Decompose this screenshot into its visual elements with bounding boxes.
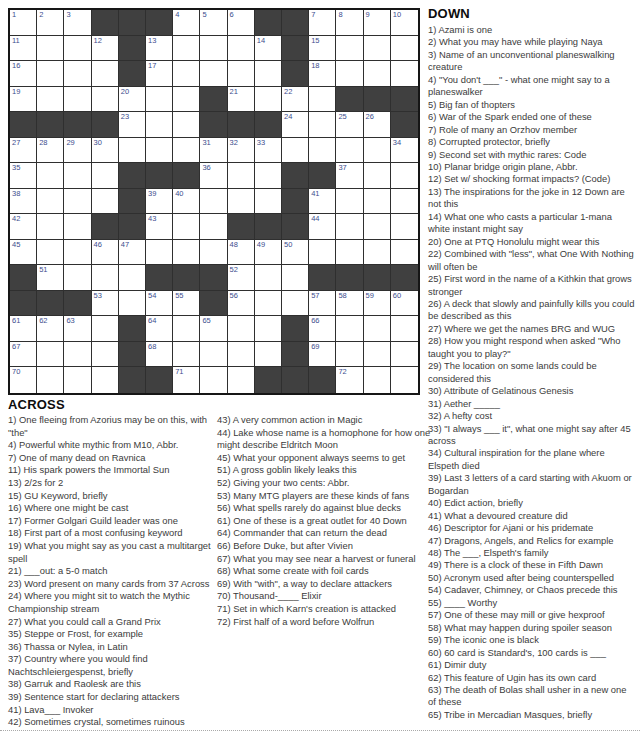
black-cell-r12c8: [200, 291, 227, 317]
cell-r2c15[interactable]: [391, 36, 418, 62]
cell-r15c7[interactable]: 71: [173, 367, 200, 393]
cell-r14c14[interactable]: [364, 342, 391, 368]
black-cell-r5c9: [228, 112, 255, 138]
down-clue-47: 47) Dragons, Angels, and Relics for exam…: [428, 535, 636, 547]
across-clue-56: 56) What spells rarely do against blue d…: [217, 502, 431, 515]
cell-r8c2[interactable]: [37, 189, 64, 215]
cell-r12c14[interactable]: 59: [364, 291, 391, 317]
cell-r4c6[interactable]: [146, 87, 173, 113]
across-clue-69: 69) With "with", a way to declare attack…: [217, 578, 431, 591]
across-clue-66: 66) Before Duke, but after Vivien: [217, 540, 431, 553]
cell-r15c8[interactable]: [200, 367, 227, 393]
cell-r10c15[interactable]: [391, 240, 418, 266]
cell-number: 45: [12, 240, 20, 249]
cell-number: 28: [39, 138, 47, 147]
cell-r7c8[interactable]: 36: [200, 163, 227, 189]
down-clue-9: 9) Second set with mythic rares: Code: [428, 149, 636, 161]
cell-r1c2[interactable]: 2: [37, 10, 64, 36]
cell-r2c12[interactable]: 15: [309, 36, 336, 62]
cell-r13c15[interactable]: [391, 316, 418, 342]
cell-number: 39: [148, 189, 156, 198]
black-cell-r11c1: [10, 265, 37, 291]
cell-number: 23: [121, 112, 129, 121]
cell-r10c1[interactable]: 45: [10, 240, 37, 266]
cell-r1c14[interactable]: 9: [364, 10, 391, 36]
across-clue-53: 53) Many MTG players are these kinds of …: [217, 490, 431, 503]
cell-r7c9[interactable]: [228, 163, 255, 189]
cell-r1c1[interactable]: 1: [10, 10, 37, 36]
cell-r4c1[interactable]: 19: [10, 87, 37, 113]
cell-r7c1[interactable]: 35: [10, 163, 37, 189]
cell-number: 43: [148, 214, 156, 223]
across-clue-68: 68) What some create with foil cards: [217, 565, 431, 578]
cell-r6c3[interactable]: 29: [64, 138, 91, 164]
cell-r3c1[interactable]: 16: [10, 61, 37, 87]
cell-r1c8[interactable]: 5: [200, 10, 227, 36]
cell-r3c7[interactable]: [173, 61, 200, 87]
cell-r14c13[interactable]: [336, 342, 363, 368]
cell-r12c13[interactable]: 58: [336, 291, 363, 317]
black-cell-r9c10: [255, 214, 282, 240]
cell-number: 35: [12, 163, 20, 172]
cell-r14c1[interactable]: 67: [10, 342, 37, 368]
cell-r12c4[interactable]: 53: [92, 291, 119, 317]
cell-r14c9[interactable]: [228, 342, 255, 368]
down-clue-59: 59) The iconic one is black: [428, 634, 636, 646]
across-clue-51: 51) A gross goblin likely leaks this: [217, 464, 431, 477]
cell-r10c7[interactable]: [173, 240, 200, 266]
black-cell-r9c11: [282, 214, 309, 240]
cell-r9c8[interactable]: [200, 214, 227, 240]
cell-r2c10[interactable]: 14: [255, 36, 282, 62]
cell-r5c5[interactable]: 23: [119, 112, 146, 138]
down-clue-49: 49) There is a clock of these in Fifth D…: [428, 559, 636, 571]
cell-r2c3[interactable]: [64, 36, 91, 62]
cell-number: 2: [39, 10, 43, 19]
black-cell-r4c13: [336, 87, 363, 113]
black-cell-r1c4: [92, 10, 119, 36]
cell-r10c9[interactable]: 48: [228, 240, 255, 266]
cell-number: 3: [66, 10, 70, 19]
cell-r10c6[interactable]: [146, 240, 173, 266]
across-clue-37: 37) Country where you would find Nachtsc…: [8, 653, 216, 678]
cell-r12c12[interactable]: 57: [309, 291, 336, 317]
across-clue-11: 11) His spark powers the Immortal Sun: [8, 464, 216, 477]
cell-r14c12[interactable]: 69: [309, 342, 336, 368]
cell-number: 44: [311, 214, 319, 223]
cell-number: 52: [230, 265, 238, 274]
cell-r1c9[interactable]: 6: [228, 10, 255, 36]
cell-number: 22: [284, 87, 292, 96]
across-clue-43: 43) A very common action in Magic: [217, 414, 431, 427]
black-cell-r4c14: [364, 87, 391, 113]
cell-r14c6[interactable]: 68: [146, 342, 173, 368]
cell-number: 16: [12, 61, 20, 70]
cell-r7c4[interactable]: [92, 163, 119, 189]
black-cell-r13c11: [282, 316, 309, 342]
cell-number: 62: [39, 316, 47, 325]
cell-r9c7[interactable]: [173, 214, 200, 240]
cell-r13c13[interactable]: [336, 316, 363, 342]
cell-r13c7[interactable]: [173, 316, 200, 342]
cell-r11c5[interactable]: [119, 265, 146, 291]
cell-r8c1[interactable]: 38: [10, 189, 37, 215]
cell-r13c2[interactable]: 62: [37, 316, 64, 342]
cell-r6c6[interactable]: [146, 138, 173, 164]
cell-r4c7[interactable]: [173, 87, 200, 113]
cell-r11c3[interactable]: [64, 265, 91, 291]
cell-r6c13[interactable]: [336, 138, 363, 164]
cell-r3c10[interactable]: [255, 61, 282, 87]
black-cell-r15c11: [282, 367, 309, 393]
cell-r8c4[interactable]: [92, 189, 119, 215]
down-clue-2: 2) What you may have while playing Naya: [428, 36, 636, 48]
black-cell-r5c8: [200, 112, 227, 138]
cell-r12c11[interactable]: [282, 291, 309, 317]
across-clue-38: 38) Garruk and Raolesk are this: [8, 678, 216, 691]
cell-r3c2[interactable]: [37, 61, 64, 87]
cell-r6c2[interactable]: 28: [37, 138, 64, 164]
cell-r15c14[interactable]: [364, 367, 391, 393]
down-clue-22: 22) Combined with "less", what One With …: [428, 248, 636, 273]
cell-r6c15[interactable]: 34: [391, 138, 418, 164]
cell-r1c3[interactable]: 3: [64, 10, 91, 36]
cell-r4c2[interactable]: [37, 87, 64, 113]
cell-number: 21: [230, 87, 238, 96]
cell-r2c8[interactable]: [200, 36, 227, 62]
cell-r10c14[interactable]: [364, 240, 391, 266]
cell-r2c6[interactable]: 13: [146, 36, 173, 62]
cell-r1c15[interactable]: 10: [391, 10, 418, 36]
across-clue-27: 27) What you could call a Grand Prix: [8, 616, 216, 629]
cell-r1c13[interactable]: 8: [336, 10, 363, 36]
down-clue-27: 27) Where we get the names BRG and WUG: [428, 323, 636, 335]
cell-r4c12[interactable]: [309, 87, 336, 113]
cell-r2c9[interactable]: [228, 36, 255, 62]
cell-r4c11[interactable]: 22: [282, 87, 309, 113]
cell-r1c7[interactable]: 4: [173, 10, 200, 36]
black-cell-r15c5: [119, 367, 146, 393]
black-cell-r5c4: [92, 112, 119, 138]
cell-r3c14[interactable]: [364, 61, 391, 87]
cell-number: 19: [12, 87, 20, 96]
down-clue-25: 25) First word in the name of a Kithkin …: [428, 273, 636, 298]
cell-r6c10[interactable]: 33: [255, 138, 282, 164]
cell-r2c2[interactable]: [37, 36, 64, 62]
across-clue-1: 1) One fleeing from Azorius may be on th…: [8, 414, 216, 439]
cell-r8c12[interactable]: 41: [309, 189, 336, 215]
cell-number: 34: [393, 138, 401, 147]
cell-r8c14[interactable]: [364, 189, 391, 215]
black-cell-r7c11: [282, 163, 309, 189]
cell-r6c12[interactable]: [309, 138, 336, 164]
across-clue-36: 36) Thassa or Nylea, in Latin: [8, 641, 216, 654]
cell-r14c2[interactable]: [37, 342, 64, 368]
down-clue-20: 20) One at PTQ Honolulu might wear this: [428, 236, 636, 248]
cell-r15c9[interactable]: [228, 367, 255, 393]
cell-r11c2[interactable]: 51: [37, 265, 64, 291]
cell-r6c5[interactable]: [119, 138, 146, 164]
cell-r4c10[interactable]: [255, 87, 282, 113]
cell-number: 1: [12, 10, 16, 19]
across-clue-24: 24) Where you might sit to watch the Myt…: [8, 590, 216, 615]
cell-r12c6[interactable]: 54: [146, 291, 173, 317]
down-clue-1: 1) Azami is one: [428, 24, 636, 36]
black-cell-r9c9: [228, 214, 255, 240]
black-cell-r11c6: [146, 265, 173, 291]
black-cell-r14c5: [119, 342, 146, 368]
cell-number: 50: [284, 240, 292, 249]
cell-r3c6[interactable]: 17: [146, 61, 173, 87]
cell-number: 64: [148, 316, 156, 325]
cell-r2c7[interactable]: [173, 36, 200, 62]
black-cell-r7c5: [119, 163, 146, 189]
cell-number: 32: [230, 138, 238, 147]
cell-number: 42: [12, 214, 20, 223]
across-clue-71: 71) Set in which Karn's creation is atta…: [217, 603, 431, 616]
cell-r8c10[interactable]: [255, 189, 282, 215]
cell-r14c3[interactable]: [64, 342, 91, 368]
cell-r15c1[interactable]: 70: [10, 367, 37, 393]
black-cell-r1c10: [255, 10, 282, 36]
cell-r5c11[interactable]: 24: [282, 112, 309, 138]
cell-r4c5[interactable]: 20: [119, 87, 146, 113]
cell-r8c9[interactable]: [228, 189, 255, 215]
cell-r15c15[interactable]: [391, 367, 418, 393]
cell-r5c12[interactable]: [309, 112, 336, 138]
cell-r7c15[interactable]: [391, 163, 418, 189]
cell-r14c8[interactable]: [200, 342, 227, 368]
across-clue-44: 44) Lake whose name is a homophone for h…: [217, 427, 431, 452]
across-clue-35: 35) Steppe or Frost, for example: [8, 628, 216, 641]
cell-r8c13[interactable]: [336, 189, 363, 215]
cell-number: 67: [12, 342, 20, 351]
cell-number: 66: [311, 316, 319, 325]
cell-r6c4[interactable]: 30: [92, 138, 119, 164]
cell-r9c15[interactable]: [391, 214, 418, 240]
cell-r9c2[interactable]: [37, 214, 64, 240]
cell-r13c4[interactable]: [92, 316, 119, 342]
cell-r15c2[interactable]: [37, 367, 64, 393]
across-clue-52: 52) Giving your two cents: Abbr.: [217, 477, 431, 490]
cell-r5c7[interactable]: [173, 112, 200, 138]
down-clue-50: 50) Acronym used after being counterspel…: [428, 572, 636, 584]
black-cell-r11c8: [200, 265, 227, 291]
black-cell-r2c11: [282, 36, 309, 62]
cell-r3c15[interactable]: [391, 61, 418, 87]
cell-number: 11: [12, 36, 20, 45]
cell-number: 27: [12, 138, 20, 147]
cell-r6c11[interactable]: [282, 138, 309, 164]
across-clue-16: 16) Where one might be cast: [8, 502, 216, 515]
cell-r9c14[interactable]: [364, 214, 391, 240]
cell-r14c4[interactable]: [92, 342, 119, 368]
across-clue-72: 72) First half of a word before Wolfrun: [217, 616, 431, 629]
cell-r11c10[interactable]: [255, 265, 282, 291]
across-clue-17: 17) Former Golgari Guild leader was one: [8, 515, 216, 528]
cell-r15c13[interactable]: 72: [336, 367, 363, 393]
down-clue-6: 6) War of the Spark ended one of these: [428, 111, 636, 123]
cell-r10c2[interactable]: [37, 240, 64, 266]
cell-number: 25: [338, 112, 346, 121]
cell-r13c14[interactable]: [364, 316, 391, 342]
cell-r3c4[interactable]: [92, 61, 119, 87]
black-cell-r5c3: [64, 112, 91, 138]
cell-r9c13[interactable]: [336, 214, 363, 240]
cell-number: 18: [311, 61, 319, 70]
down-clue-10: 10) Planar bridge origin plane, Abbr.: [428, 161, 636, 173]
cell-r15c4[interactable]: [92, 367, 119, 393]
down-clue-3: 3) Name of an unconventional planeswalki…: [428, 49, 636, 74]
across-header: ACROSS: [8, 397, 65, 412]
black-cell-r4c15: [391, 87, 418, 113]
cell-r10c13[interactable]: [336, 240, 363, 266]
cell-r6c14[interactable]: [364, 138, 391, 164]
cell-r8c3[interactable]: [64, 189, 91, 215]
cell-r12c15[interactable]: 60: [391, 291, 418, 317]
cell-r10c3[interactable]: [64, 240, 91, 266]
across-clue-15: 15) GU Keyword, briefly: [8, 490, 216, 503]
cell-r10c4[interactable]: 46: [92, 240, 119, 266]
cell-r6c7[interactable]: [173, 138, 200, 164]
across-clue-4: 4) Powerful white mythic from M10, Abbr.: [8, 439, 216, 452]
cell-r9c6[interactable]: 43: [146, 214, 173, 240]
cell-r13c1[interactable]: 61: [10, 316, 37, 342]
cell-r5c6[interactable]: [146, 112, 173, 138]
cell-r13c10[interactable]: [255, 316, 282, 342]
cell-r4c3[interactable]: [64, 87, 91, 113]
cell-r4c9[interactable]: 21: [228, 87, 255, 113]
cell-r8c15[interactable]: [391, 189, 418, 215]
black-cell-r7c7: [173, 163, 200, 189]
cell-r7c3[interactable]: [64, 163, 91, 189]
cell-r8c7[interactable]: 40: [173, 189, 200, 215]
cell-r10c11[interactable]: 50: [282, 240, 309, 266]
cell-number: 5: [202, 10, 206, 19]
cell-r13c6[interactable]: 64: [146, 316, 173, 342]
cell-r5c14[interactable]: 26: [364, 112, 391, 138]
cell-r2c14[interactable]: [364, 36, 391, 62]
cell-r13c9[interactable]: [228, 316, 255, 342]
down-clue-57: 57) One of these may mill or give hexpro…: [428, 609, 636, 621]
cell-number: 10: [393, 10, 401, 19]
down-clue-58: 58) What may happen during spoiler seaso…: [428, 622, 636, 634]
down-clue-list: 1) Azami is one2) What you may have whil…: [428, 24, 636, 721]
cell-number: 47: [121, 240, 129, 249]
cell-r14c7[interactable]: [173, 342, 200, 368]
cell-r9c12[interactable]: 44: [309, 214, 336, 240]
down-clue-34: 34) Cultural inspiration for the plane w…: [428, 447, 636, 472]
cell-r14c10[interactable]: [255, 342, 282, 368]
down-clue-40: 40) Edict action, briefly: [428, 497, 636, 509]
cell-r12c9[interactable]: 56: [228, 291, 255, 317]
cell-r3c3[interactable]: [64, 61, 91, 87]
cell-r13c3[interactable]: 63: [64, 316, 91, 342]
cell-r10c8[interactable]: [200, 240, 227, 266]
cell-r8c8[interactable]: [200, 189, 227, 215]
across-clue-23: 23) Word present on many cards from 37 A…: [8, 578, 216, 591]
down-clue-48: 48) The ___, Elspeth's family: [428, 547, 636, 559]
cell-r10c12[interactable]: [309, 240, 336, 266]
cell-r3c12[interactable]: 18: [309, 61, 336, 87]
cell-number: 6: [230, 10, 234, 19]
down-clue-61: 61) Dimir duty: [428, 659, 636, 671]
cell-r2c4[interactable]: 12: [92, 36, 119, 62]
cell-r12c10[interactable]: [255, 291, 282, 317]
cell-r3c8[interactable]: [200, 61, 227, 87]
cell-r1c12[interactable]: 7: [309, 10, 336, 36]
across-clue-18: 18) First part of a most confusing keywo…: [8, 527, 216, 540]
cell-r12c7[interactable]: 55: [173, 291, 200, 317]
cell-r13c12[interactable]: 66: [309, 316, 336, 342]
cell-r13c8[interactable]: 65: [200, 316, 227, 342]
cell-number: 41: [311, 189, 319, 198]
cell-r11c9[interactable]: 52: [228, 265, 255, 291]
cell-r7c13[interactable]: 37: [336, 163, 363, 189]
cell-number: 30: [94, 138, 102, 147]
cell-r3c9[interactable]: [228, 61, 255, 87]
down-clue-62: 62) This feature of Ugin has its own car…: [428, 672, 636, 684]
black-cell-r1c5: [119, 10, 146, 36]
cell-r8c6[interactable]: 39: [146, 189, 173, 215]
cell-r9c3[interactable]: [64, 214, 91, 240]
across-clue-70: 70) Thousand-____ Elixir: [217, 590, 431, 603]
cell-number: 60: [393, 291, 401, 300]
cell-r10c10[interactable]: 49: [255, 240, 282, 266]
cell-r14c15[interactable]: [391, 342, 418, 368]
black-cell-r5c2: [37, 112, 64, 138]
cell-number: 56: [230, 291, 238, 300]
cell-r5c13[interactable]: 25: [336, 112, 363, 138]
cell-r6c1[interactable]: 27: [10, 138, 37, 164]
cell-r2c13[interactable]: [336, 36, 363, 62]
down-clue-28: 28) How you might respond when asked "Wh…: [428, 335, 636, 360]
cell-number: 61: [12, 316, 20, 325]
cell-number: 24: [284, 112, 292, 121]
cell-r7c10[interactable]: [255, 163, 282, 189]
cell-r7c14[interactable]: [364, 163, 391, 189]
down-clue-13: 13) The inspirations for the joke in 12 …: [428, 186, 636, 211]
black-cell-r3c11: [282, 61, 309, 87]
black-cell-r8c11: [282, 189, 309, 215]
across-clue-45: 45) What your opponent always seems to g…: [217, 452, 431, 465]
cell-number: 9: [366, 10, 370, 19]
cell-r6c9[interactable]: 32: [228, 138, 255, 164]
cell-r10c5[interactable]: 47: [119, 240, 146, 266]
cell-r4c4[interactable]: [92, 87, 119, 113]
cell-r11c11[interactable]: [282, 265, 309, 291]
black-cell-r15c10: [255, 367, 282, 393]
cell-r2c1[interactable]: 11: [10, 36, 37, 62]
cell-number: 46: [94, 240, 102, 249]
black-cell-r12c2: [37, 291, 64, 317]
cell-r9c1[interactable]: 42: [10, 214, 37, 240]
cell-number: 14: [257, 36, 265, 45]
cell-number: 68: [148, 342, 156, 351]
cell-r3c13[interactable]: [336, 61, 363, 87]
cell-r11c4[interactable]: [92, 265, 119, 291]
cell-number: 53: [94, 291, 102, 300]
across-clue-39: 39) Sentence start for declaring attacke…: [8, 691, 216, 704]
cell-r7c2[interactable]: [37, 163, 64, 189]
across-clue-7: 7) One of many dead on Ravnica: [8, 452, 216, 465]
down-clue-12: 12) Set w/ shocking format impacts? (Cod…: [428, 173, 636, 185]
cell-r6c8[interactable]: 31: [200, 138, 227, 164]
cell-number: 12: [94, 36, 102, 45]
cell-r12c5[interactable]: [119, 291, 146, 317]
cell-r15c3[interactable]: [64, 367, 91, 393]
black-cell-r2c5: [119, 36, 146, 62]
